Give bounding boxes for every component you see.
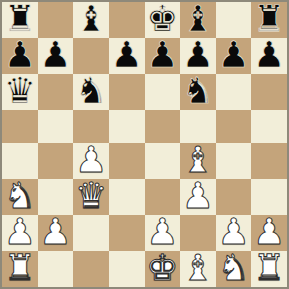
- piece-black-bishop[interactable]: ♝: [75, 1, 107, 37]
- square-a1[interactable]: ♜: [2, 251, 38, 287]
- square-b6[interactable]: [38, 74, 74, 110]
- piece-black-knight[interactable]: ♞: [75, 73, 107, 109]
- square-d7[interactable]: ♟: [109, 38, 145, 74]
- square-c7[interactable]: [73, 38, 109, 74]
- square-g5[interactable]: [216, 110, 252, 143]
- square-a7[interactable]: ♟: [2, 38, 38, 74]
- piece-white-pawn[interactable]: ♟: [4, 214, 36, 250]
- piece-black-rook[interactable]: ♜: [253, 1, 285, 37]
- square-d1[interactable]: [109, 251, 145, 287]
- square-e1[interactable]: ♚: [145, 251, 181, 287]
- square-c4[interactable]: ♟: [73, 143, 109, 179]
- square-b5[interactable]: [38, 110, 74, 143]
- square-f3[interactable]: ♟: [180, 179, 216, 215]
- square-h8[interactable]: ♜: [251, 2, 287, 38]
- square-g1[interactable]: ♞: [216, 251, 252, 287]
- square-h4[interactable]: [251, 143, 287, 179]
- piece-white-pawn[interactable]: ♟: [253, 214, 285, 250]
- piece-white-knight[interactable]: ♞: [4, 178, 36, 214]
- square-f6[interactable]: ♞: [180, 74, 216, 110]
- square-e7[interactable]: ♟: [145, 38, 181, 74]
- piece-black-pawn[interactable]: ♟: [4, 37, 36, 73]
- piece-black-queen[interactable]: ♛: [4, 73, 36, 109]
- square-a6[interactable]: ♛: [2, 74, 38, 110]
- square-b4[interactable]: [38, 143, 74, 179]
- piece-black-pawn[interactable]: ♟: [39, 37, 71, 73]
- square-h2[interactable]: ♟: [251, 215, 287, 251]
- square-b3[interactable]: [38, 179, 74, 215]
- square-h6[interactable]: [251, 74, 287, 110]
- square-h7[interactable]: ♟: [251, 38, 287, 74]
- square-f4[interactable]: ♝: [180, 143, 216, 179]
- piece-white-king[interactable]: ♚: [146, 250, 178, 286]
- square-e3[interactable]: [145, 179, 181, 215]
- square-f8[interactable]: ♝: [180, 2, 216, 38]
- square-d2[interactable]: [109, 215, 145, 251]
- square-b1[interactable]: [38, 251, 74, 287]
- chess-board: ♜♝♚♝♜♟♟♟♟♟♟♟♛♞♞♟♝♞♛♟♟♟♟♟♟♜♚♝♞♜: [0, 0, 289, 289]
- piece-white-rook[interactable]: ♜: [4, 250, 36, 286]
- square-b7[interactable]: ♟: [38, 38, 74, 74]
- piece-white-pawn[interactable]: ♟: [182, 178, 214, 214]
- piece-white-pawn[interactable]: ♟: [75, 142, 107, 178]
- square-g3[interactable]: [216, 179, 252, 215]
- square-h5[interactable]: [251, 110, 287, 143]
- piece-white-pawn[interactable]: ♟: [39, 214, 71, 250]
- square-g6[interactable]: [216, 74, 252, 110]
- square-h3[interactable]: [251, 179, 287, 215]
- piece-black-pawn[interactable]: ♟: [182, 37, 214, 73]
- square-g2[interactable]: ♟: [216, 215, 252, 251]
- piece-black-rook[interactable]: ♜: [4, 1, 36, 37]
- square-d3[interactable]: [109, 179, 145, 215]
- square-c6[interactable]: ♞: [73, 74, 109, 110]
- square-d5[interactable]: [109, 110, 145, 143]
- square-c3[interactable]: ♛: [73, 179, 109, 215]
- square-e5[interactable]: [145, 110, 181, 143]
- piece-black-king[interactable]: ♚: [146, 1, 178, 37]
- square-e4[interactable]: [145, 143, 181, 179]
- square-a5[interactable]: [2, 110, 38, 143]
- square-e6[interactable]: [145, 74, 181, 110]
- square-f1[interactable]: ♝: [180, 251, 216, 287]
- square-g4[interactable]: [216, 143, 252, 179]
- square-d6[interactable]: [109, 74, 145, 110]
- piece-black-pawn[interactable]: ♟: [111, 37, 143, 73]
- piece-white-bishop[interactable]: ♝: [182, 142, 214, 178]
- square-h1[interactable]: ♜: [251, 251, 287, 287]
- piece-white-bishop[interactable]: ♝: [182, 250, 214, 286]
- square-c2[interactable]: [73, 215, 109, 251]
- piece-black-bishop[interactable]: ♝: [182, 1, 214, 37]
- square-g7[interactable]: ♟: [216, 38, 252, 74]
- piece-white-queen[interactable]: ♛: [75, 178, 107, 214]
- square-a3[interactable]: ♞: [2, 179, 38, 215]
- square-c1[interactable]: [73, 251, 109, 287]
- square-b8[interactable]: [38, 2, 74, 38]
- square-e2[interactable]: ♟: [145, 215, 181, 251]
- piece-white-knight[interactable]: ♞: [217, 250, 249, 286]
- piece-white-pawn[interactable]: ♟: [217, 214, 249, 250]
- square-c8[interactable]: ♝: [73, 2, 109, 38]
- piece-white-rook[interactable]: ♜: [253, 250, 285, 286]
- square-f7[interactable]: ♟: [180, 38, 216, 74]
- square-d8[interactable]: [109, 2, 145, 38]
- piece-black-knight[interactable]: ♞: [182, 73, 214, 109]
- piece-black-pawn[interactable]: ♟: [146, 37, 178, 73]
- square-a2[interactable]: ♟: [2, 215, 38, 251]
- piece-white-pawn[interactable]: ♟: [146, 214, 178, 250]
- square-a8[interactable]: ♜: [2, 2, 38, 38]
- square-b2[interactable]: ♟: [38, 215, 74, 251]
- square-a4[interactable]: [2, 143, 38, 179]
- piece-black-pawn[interactable]: ♟: [217, 37, 249, 73]
- square-g8[interactable]: [216, 2, 252, 38]
- piece-black-pawn[interactable]: ♟: [253, 37, 285, 73]
- square-e8[interactable]: ♚: [145, 2, 181, 38]
- square-d4[interactable]: [109, 143, 145, 179]
- square-f2[interactable]: [180, 215, 216, 251]
